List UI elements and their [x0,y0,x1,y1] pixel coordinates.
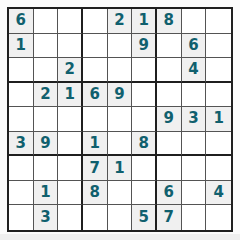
cell-r3c2[interactable] [34,58,59,83]
cell-r1c2[interactable] [34,9,59,34]
cell-r6c4[interactable]: 1 [83,132,108,157]
cell-r8c4[interactable]: 8 [83,181,108,206]
cell-r6c5[interactable] [108,132,133,157]
cell-r6c3[interactable] [58,132,83,157]
cell-r8c7[interactable]: 6 [157,181,182,206]
cell-r9c6[interactable]: 5 [132,205,157,230]
cell-r4c3[interactable]: 1 [58,83,83,108]
cell-r5c4[interactable] [83,107,108,132]
cell-r1c8[interactable] [182,9,207,34]
cell-r8c2[interactable]: 1 [34,181,59,206]
cell-r7c3[interactable] [58,156,83,181]
sudoku-widget: 62181962421699313918711864357 [7,7,233,232]
cell-r9c5[interactable] [108,205,133,230]
cell-r4c6[interactable] [132,83,157,108]
cell-r3c5[interactable] [108,58,133,83]
sudoku-board: 62181962421699313918711864357 [7,7,233,232]
cell-r4c1[interactable] [9,83,34,108]
cell-r9c3[interactable] [58,205,83,230]
cell-r4c2[interactable]: 2 [34,83,59,108]
cell-r1c9[interactable] [206,9,231,34]
cell-r3c4[interactable] [83,58,108,83]
cell-r2c8[interactable]: 6 [182,34,207,59]
cell-r2c1[interactable]: 1 [9,34,34,59]
cell-r6c7[interactable] [157,132,182,157]
cell-r7c7[interactable] [157,156,182,181]
cell-r9c9[interactable] [206,205,231,230]
cell-r2c4[interactable] [83,34,108,59]
cell-r2c5[interactable] [108,34,133,59]
cell-r3c6[interactable] [132,58,157,83]
cell-r3c9[interactable] [206,58,231,83]
cell-r6c2[interactable]: 9 [34,132,59,157]
cell-r7c9[interactable] [206,156,231,181]
cell-r2c3[interactable] [58,34,83,59]
cell-r6c9[interactable] [206,132,231,157]
cell-r7c4[interactable]: 7 [83,156,108,181]
cell-r8c3[interactable] [58,181,83,206]
cell-r5c5[interactable] [108,107,133,132]
cell-r1c1[interactable]: 6 [9,9,34,34]
cell-r7c6[interactable] [132,156,157,181]
cell-r4c9[interactable] [206,83,231,108]
cell-r9c8[interactable] [182,205,207,230]
cell-r9c7[interactable]: 7 [157,205,182,230]
cell-r1c4[interactable] [83,9,108,34]
cell-r6c6[interactable]: 8 [132,132,157,157]
cell-r9c2[interactable]: 3 [34,205,59,230]
cell-r7c2[interactable] [34,156,59,181]
cell-r1c5[interactable]: 2 [108,9,133,34]
cell-r5c9[interactable]: 1 [206,107,231,132]
cell-r1c3[interactable] [58,9,83,34]
cell-r7c8[interactable] [182,156,207,181]
cell-r2c7[interactable] [157,34,182,59]
cell-r8c8[interactable] [182,181,207,206]
cell-r2c6[interactable]: 9 [132,34,157,59]
cell-r9c1[interactable] [9,205,34,230]
cell-r9c4[interactable] [83,205,108,230]
cell-r8c5[interactable] [108,181,133,206]
cell-r4c8[interactable] [182,83,207,108]
cell-r3c8[interactable]: 4 [182,58,207,83]
cell-r5c1[interactable] [9,107,34,132]
cell-r2c9[interactable] [206,34,231,59]
cell-r6c8[interactable] [182,132,207,157]
cell-r8c1[interactable] [9,181,34,206]
cell-r1c7[interactable]: 8 [157,9,182,34]
cell-r5c6[interactable] [132,107,157,132]
cell-r3c3[interactable]: 2 [58,58,83,83]
cell-r8c6[interactable] [132,181,157,206]
cell-r4c7[interactable] [157,83,182,108]
page-background-strip [0,234,240,240]
cell-r1c6[interactable]: 1 [132,9,157,34]
cell-r6c1[interactable]: 3 [9,132,34,157]
cell-r5c2[interactable] [34,107,59,132]
cell-r3c1[interactable] [9,58,34,83]
cell-r8c9[interactable]: 4 [206,181,231,206]
cell-r5c3[interactable] [58,107,83,132]
cell-r2c2[interactable] [34,34,59,59]
cell-r7c5[interactable]: 1 [108,156,133,181]
cell-r7c1[interactable] [9,156,34,181]
cell-r5c7[interactable]: 9 [157,107,182,132]
cell-r3c7[interactable] [157,58,182,83]
cell-r4c5[interactable]: 9 [108,83,133,108]
cell-r4c4[interactable]: 6 [83,83,108,108]
cell-r5c8[interactable]: 3 [182,107,207,132]
